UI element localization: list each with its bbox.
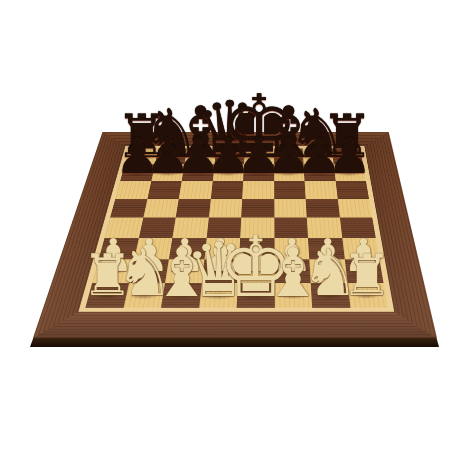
piece-black-pawn-h7[interactable]: ♟ bbox=[327, 131, 372, 182]
pieces-layer: ♜♞♝♛♚♝♞♜♟♟♟♟♟♟♟♟♟♟♟♟♟♟♟♟♜♞♝♛♚♝♞♜ bbox=[0, 0, 455, 455]
piece-white-rook-h1[interactable]: ♜ bbox=[341, 247, 392, 304]
scene: ♜♞♝♛♚♝♞♜♟♟♟♟♟♟♟♟♟♟♟♟♟♟♟♟♜♞♝♛♚♝♞♜ bbox=[0, 0, 455, 455]
